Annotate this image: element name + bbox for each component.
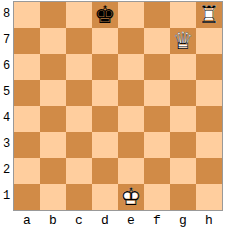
rank-label-4: 4 bbox=[0, 105, 13, 131]
square-h1[interactable] bbox=[196, 184, 222, 210]
square-a6[interactable] bbox=[14, 54, 40, 80]
square-e7[interactable] bbox=[118, 28, 144, 54]
queen-outline-glyph: ♕ bbox=[170, 28, 196, 54]
square-h6[interactable] bbox=[196, 54, 222, 80]
square-c2[interactable] bbox=[66, 158, 92, 184]
square-e3[interactable] bbox=[118, 132, 144, 158]
rank-labels: 87654321 bbox=[0, 1, 13, 209]
square-e6[interactable] bbox=[118, 54, 144, 80]
square-a7[interactable] bbox=[14, 28, 40, 54]
rank-label-6: 6 bbox=[0, 53, 13, 79]
square-d6[interactable] bbox=[92, 54, 118, 80]
square-e4[interactable] bbox=[118, 106, 144, 132]
file-label-g: g bbox=[170, 212, 196, 229]
rook-outline-glyph: ♖ bbox=[196, 2, 222, 28]
rank-label-3: 3 bbox=[0, 131, 13, 157]
square-c6[interactable] bbox=[66, 54, 92, 80]
square-g7[interactable]: ♛♕ bbox=[170, 28, 196, 54]
square-d8[interactable]: ♚ bbox=[92, 2, 118, 28]
square-a3[interactable] bbox=[14, 132, 40, 158]
square-d5[interactable] bbox=[92, 80, 118, 106]
square-g3[interactable] bbox=[170, 132, 196, 158]
square-b3[interactable] bbox=[40, 132, 66, 158]
square-c5[interactable] bbox=[66, 80, 92, 106]
black-king-piece[interactable]: ♚ bbox=[92, 2, 118, 28]
square-g6[interactable] bbox=[170, 54, 196, 80]
square-a4[interactable] bbox=[14, 106, 40, 132]
square-d1[interactable] bbox=[92, 184, 118, 210]
square-b1[interactable] bbox=[40, 184, 66, 210]
square-g2[interactable] bbox=[170, 158, 196, 184]
square-f5[interactable] bbox=[144, 80, 170, 106]
square-a8[interactable] bbox=[14, 2, 40, 28]
file-label-b: b bbox=[40, 212, 66, 229]
square-a1[interactable] bbox=[14, 184, 40, 210]
king-outline-glyph: ♔ bbox=[118, 184, 144, 210]
chess-board: ♚♜♖♛♕♚♔ bbox=[13, 1, 223, 211]
square-a5[interactable] bbox=[14, 80, 40, 106]
square-e8[interactable] bbox=[118, 2, 144, 28]
file-labels: abcdefgh bbox=[14, 212, 222, 229]
square-g8[interactable] bbox=[170, 2, 196, 28]
rank-label-2: 2 bbox=[0, 157, 13, 183]
square-h3[interactable] bbox=[196, 132, 222, 158]
square-f3[interactable] bbox=[144, 132, 170, 158]
square-h8[interactable]: ♜♖ bbox=[196, 2, 222, 28]
square-g5[interactable] bbox=[170, 80, 196, 106]
rank-label-5: 5 bbox=[0, 79, 13, 105]
square-c1[interactable] bbox=[66, 184, 92, 210]
square-f4[interactable] bbox=[144, 106, 170, 132]
square-c8[interactable] bbox=[66, 2, 92, 28]
square-b2[interactable] bbox=[40, 158, 66, 184]
square-b7[interactable] bbox=[40, 28, 66, 54]
rank-label-8: 8 bbox=[0, 1, 13, 27]
square-c3[interactable] bbox=[66, 132, 92, 158]
square-b5[interactable] bbox=[40, 80, 66, 106]
square-b4[interactable] bbox=[40, 106, 66, 132]
square-f1[interactable] bbox=[144, 184, 170, 210]
square-d2[interactable] bbox=[92, 158, 118, 184]
square-b8[interactable] bbox=[40, 2, 66, 28]
square-c7[interactable] bbox=[66, 28, 92, 54]
square-g4[interactable] bbox=[170, 106, 196, 132]
square-b6[interactable] bbox=[40, 54, 66, 80]
white-rook-piece[interactable]: ♜♖ bbox=[196, 2, 222, 28]
rank-label-7: 7 bbox=[0, 27, 13, 53]
square-d4[interactable] bbox=[92, 106, 118, 132]
square-h7[interactable] bbox=[196, 28, 222, 54]
square-g1[interactable] bbox=[170, 184, 196, 210]
square-d7[interactable] bbox=[92, 28, 118, 54]
file-label-a: a bbox=[14, 212, 40, 229]
file-label-e: e bbox=[118, 212, 144, 229]
square-e1[interactable]: ♚♔ bbox=[118, 184, 144, 210]
square-c4[interactable] bbox=[66, 106, 92, 132]
square-e2[interactable] bbox=[118, 158, 144, 184]
square-f7[interactable] bbox=[144, 28, 170, 54]
file-label-c: c bbox=[66, 212, 92, 229]
white-queen-piece[interactable]: ♛♕ bbox=[170, 28, 196, 54]
square-h2[interactable] bbox=[196, 158, 222, 184]
square-f6[interactable] bbox=[144, 54, 170, 80]
square-d3[interactable] bbox=[92, 132, 118, 158]
square-a2[interactable] bbox=[14, 158, 40, 184]
king-solid-glyph: ♚ bbox=[92, 2, 118, 28]
file-label-d: d bbox=[92, 212, 118, 229]
rank-label-1: 1 bbox=[0, 183, 13, 209]
white-king-piece[interactable]: ♚♔ bbox=[118, 184, 144, 210]
square-f2[interactable] bbox=[144, 158, 170, 184]
file-label-f: f bbox=[144, 212, 170, 229]
square-h4[interactable] bbox=[196, 106, 222, 132]
square-h5[interactable] bbox=[196, 80, 222, 106]
file-label-h: h bbox=[196, 212, 222, 229]
square-e5[interactable] bbox=[118, 80, 144, 106]
square-f8[interactable] bbox=[144, 2, 170, 28]
